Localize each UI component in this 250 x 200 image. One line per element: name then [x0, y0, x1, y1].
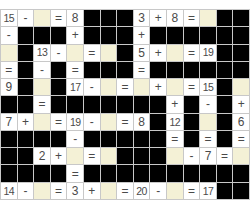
blank-cell-r5c9[interactable]	[134, 79, 150, 95]
cell-r3c6: =	[84, 45, 100, 61]
cell-r4c3: -	[34, 62, 50, 78]
cell-r7c11: 12	[167, 114, 183, 130]
cell-r8c1	[1, 131, 17, 147]
blank-cell-r1c13[interactable]	[200, 10, 216, 26]
blank-cell-r7c13[interactable]	[200, 114, 216, 130]
cell-r3c13: 19	[200, 45, 216, 61]
cell-r6c11: +	[167, 96, 183, 112]
cell-r1c12: =	[184, 10, 200, 26]
cell-r2c12	[184, 27, 200, 43]
blank-cell-r11c3[interactable]	[34, 183, 50, 199]
blank-cell-r3c11[interactable]	[167, 45, 183, 61]
cell-r10c11	[167, 165, 183, 181]
cell-r9c3: 2	[34, 148, 50, 164]
blank-cell-r9c15[interactable]	[233, 148, 249, 164]
cell-r7c1: 7	[1, 114, 17, 130]
cell-r9c14: =	[217, 148, 233, 164]
cell-r2c6	[84, 27, 100, 43]
cell-r8c2	[18, 131, 34, 147]
cell-r8c9	[134, 131, 150, 147]
cell-r8c7	[101, 131, 117, 147]
cell-r10c10	[150, 165, 166, 181]
blank-cell-r9c7[interactable]	[101, 148, 117, 164]
cell-r4c4	[51, 62, 67, 78]
cell-r8c3	[34, 131, 50, 147]
cell-r11c6: +	[84, 183, 100, 199]
cell-r9c6: =	[84, 148, 100, 164]
cell-r8c5: -	[67, 131, 83, 147]
cell-r10c9	[134, 165, 150, 181]
cell-r8c14	[217, 131, 233, 147]
cell-r5c8: =	[117, 79, 133, 95]
cell-r5c1: 9	[1, 79, 17, 95]
cell-r5c13: 15	[200, 79, 216, 95]
cell-r1c1: 15	[1, 10, 17, 26]
cell-r8c13: =	[200, 131, 216, 147]
cell-r7c15: 6	[233, 114, 249, 130]
cell-r2c13	[200, 27, 216, 43]
cell-r2c4	[51, 27, 67, 43]
cell-r1c15	[233, 10, 249, 26]
cell-r4c2	[18, 62, 34, 78]
cell-r2c9: +	[134, 27, 150, 43]
cell-r10c5: =	[67, 165, 83, 181]
cell-r3c8	[117, 45, 133, 61]
cell-r11c15	[233, 183, 249, 199]
cell-r1c6	[84, 10, 100, 26]
cell-r10c2	[18, 165, 34, 181]
cell-r10c12	[184, 165, 200, 181]
cell-r5c14	[217, 79, 233, 95]
cell-r4c7	[101, 62, 117, 78]
cell-r2c8	[117, 27, 133, 43]
cell-r11c4: =	[51, 183, 67, 199]
cell-r9c10	[150, 148, 166, 164]
cell-r6c7	[101, 96, 117, 112]
cell-r6c13: -	[200, 96, 216, 112]
cell-r9c9	[134, 148, 150, 164]
cell-r6c4	[51, 96, 67, 112]
blank-cell-r3c1[interactable]	[1, 45, 17, 61]
cell-r3c2	[18, 45, 34, 61]
cell-r6c3: =	[34, 96, 50, 112]
cell-r6c5	[67, 96, 83, 112]
cell-r4c15	[233, 62, 249, 78]
cell-r4c9: =	[134, 62, 150, 78]
cell-r11c13: 17	[200, 183, 216, 199]
cell-r7c14	[217, 114, 233, 130]
cell-r1c4: =	[51, 10, 67, 26]
cell-r11c2: -	[18, 183, 34, 199]
cell-r3c15	[233, 45, 249, 61]
cell-r8c15: =	[233, 131, 249, 147]
cell-r8c11: =	[167, 131, 183, 147]
cell-r4c11	[167, 62, 183, 78]
cell-r6c6	[84, 96, 100, 112]
cell-r8c6	[84, 131, 100, 147]
cell-r11c10: -	[150, 183, 166, 199]
cell-r8c4	[51, 131, 67, 147]
cell-r4c5: =	[67, 62, 83, 78]
cell-r9c12: -	[184, 148, 200, 164]
cell-r6c9	[134, 96, 150, 112]
blank-cell-r11c11[interactable]	[167, 183, 183, 199]
cell-r2c11	[167, 27, 183, 43]
blank-cell-r9c5[interactable]	[67, 148, 83, 164]
cell-r4c8	[117, 62, 133, 78]
cell-r11c14	[217, 183, 233, 199]
cell-r10c3	[34, 165, 50, 181]
blank-cell-r11c7[interactable]	[101, 183, 117, 199]
cell-r2c1: -	[1, 27, 17, 43]
cell-r9c1	[1, 148, 17, 164]
blank-cell-r3c5[interactable]	[67, 45, 83, 61]
cell-r6c15: +	[233, 96, 249, 112]
cell-r1c9: 3	[134, 10, 150, 26]
cell-r10c4	[51, 165, 67, 181]
cell-r11c8: =	[117, 183, 133, 199]
cell-r8c8	[117, 131, 133, 147]
cell-r9c8	[117, 148, 133, 164]
cell-r8c10	[150, 131, 166, 147]
cell-r10c6	[84, 165, 100, 181]
cell-r7c9: 8	[134, 114, 150, 130]
cell-r5c2	[18, 79, 34, 95]
cell-r7c8: =	[117, 114, 133, 130]
cell-r4c6	[84, 62, 100, 78]
cell-r7c5: 19	[67, 114, 83, 130]
cell-r7c10	[150, 114, 166, 130]
cell-r1c14	[217, 10, 233, 26]
cell-r2c14	[217, 27, 233, 43]
cell-r10c15	[233, 165, 249, 181]
cell-r3c3: 13	[34, 45, 50, 61]
cell-r5c4	[51, 79, 67, 95]
cell-r1c10: +	[150, 10, 166, 26]
blank-cell-r1c3[interactable]	[34, 10, 50, 26]
cell-r11c1: 14	[1, 183, 17, 199]
cell-r2c15	[233, 27, 249, 43]
cell-r9c13: 7	[200, 148, 216, 164]
cell-r10c13	[200, 165, 216, 181]
cell-r1c5: 8	[67, 10, 83, 26]
blank-cell-r7c7[interactable]	[101, 114, 117, 130]
blank-cell-r7c3[interactable]	[34, 114, 50, 130]
cell-r7c12	[184, 114, 200, 130]
cell-r4c1: =	[1, 62, 17, 78]
cell-r6c8	[117, 96, 133, 112]
cell-r11c5: 3	[67, 183, 83, 199]
cell-r2c7	[101, 27, 117, 43]
cross-math-board: 15-=83+8=-++13-=5+=19=-==917-=+=15=+-+7+…	[0, 9, 250, 200]
cell-r6c1	[1, 96, 17, 112]
blank-cell-r5c3[interactable]	[34, 79, 50, 95]
cell-r1c8	[117, 10, 133, 26]
blank-cell-r9c11[interactable]	[167, 148, 183, 164]
cell-r6c14	[217, 96, 233, 112]
cell-r1c7	[101, 10, 117, 26]
cell-r9c2	[18, 148, 34, 164]
cell-r3c12: =	[184, 45, 200, 61]
cell-r4c12	[184, 62, 200, 78]
cell-r6c12	[184, 96, 200, 112]
cell-r7c2: +	[18, 114, 34, 130]
cell-r7c4: =	[51, 114, 67, 130]
cell-r3c14	[217, 45, 233, 61]
cell-r4c14	[217, 62, 233, 78]
cell-r2c3	[34, 27, 50, 43]
cell-r1c2: -	[18, 10, 34, 26]
cell-r10c1	[1, 165, 17, 181]
cell-r2c5: +	[67, 27, 83, 43]
cell-r6c10	[150, 96, 166, 112]
cell-r1c11: 8	[167, 10, 183, 26]
cell-r6c2	[18, 96, 34, 112]
cell-r5c5: 17	[67, 79, 83, 95]
cell-r4c13	[200, 62, 216, 78]
cell-r5c6: -	[84, 79, 100, 95]
blank-cell-r5c15[interactable]	[233, 79, 249, 95]
cell-r11c9: 20	[134, 183, 150, 199]
cell-r10c8	[117, 165, 133, 181]
cell-r3c4: -	[51, 45, 67, 61]
cell-r10c7	[101, 165, 117, 181]
cell-r3c9: 5	[134, 45, 150, 61]
cell-r2c2	[18, 27, 34, 43]
cell-r11c12: =	[184, 183, 200, 199]
blank-cell-r3c7[interactable]	[101, 45, 117, 61]
cell-r3c10: +	[150, 45, 166, 61]
cell-r9c4: +	[51, 148, 67, 164]
blank-cell-r5c7[interactable]	[101, 79, 117, 95]
cell-r5c10: +	[150, 79, 166, 95]
cell-r2c10	[150, 27, 166, 43]
cell-r5c12: =	[184, 79, 200, 95]
blank-cell-r5c11[interactable]	[167, 79, 183, 95]
cell-r10c14	[217, 165, 233, 181]
cell-r7c6: -	[84, 114, 100, 130]
cell-r8c12	[184, 131, 200, 147]
cell-r4c10	[150, 62, 166, 78]
